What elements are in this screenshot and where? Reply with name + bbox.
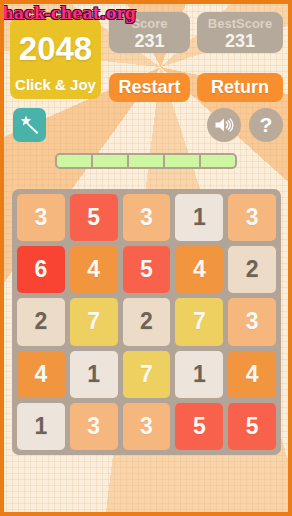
magic-wand-icon: [18, 113, 42, 137]
score-value: 231: [109, 31, 190, 52]
tile-r1c3[interactable]: 3: [123, 194, 171, 241]
tile-r2c1[interactable]: 6: [17, 246, 65, 293]
return-button[interactable]: Return: [197, 73, 283, 102]
game-board: 3 5 3 1 3 6 4 5 4 2 2 7 2 7 3 4 1 7 1 4 …: [12, 189, 281, 455]
tile-r5c3[interactable]: 3: [123, 403, 171, 450]
tile-r2c2[interactable]: 4: [70, 246, 118, 293]
tile-r1c5[interactable]: 3: [228, 194, 276, 241]
watermark-text: hack-cheat.org: [2, 4, 136, 23]
tile-r3c2[interactable]: 7: [70, 298, 118, 345]
tile-r4c4[interactable]: 1: [175, 351, 223, 398]
speaker-icon: [212, 113, 236, 137]
game-logo-tile: 2048 Click & Joy: [10, 18, 101, 99]
tile-r4c2[interactable]: 1: [70, 351, 118, 398]
tile-r2c5[interactable]: 2: [228, 246, 276, 293]
game-subtitle: Click & Joy: [10, 76, 101, 93]
tile-r3c1[interactable]: 2: [17, 298, 65, 345]
question-mark-icon: ?: [260, 113, 273, 137]
tile-r4c3[interactable]: 7: [123, 351, 171, 398]
progress-segment: [127, 153, 165, 169]
best-score-value: 231: [197, 31, 283, 52]
progress-segment: [91, 153, 129, 169]
tile-r5c2[interactable]: 3: [70, 403, 118, 450]
tile-r1c4[interactable]: 1: [175, 194, 223, 241]
progress-segment: [163, 153, 201, 169]
progress-segment: [199, 153, 237, 169]
tile-r3c3[interactable]: 2: [123, 298, 171, 345]
tile-r5c1[interactable]: 1: [17, 403, 65, 450]
restart-button[interactable]: Restart: [109, 73, 190, 102]
level-progress-bar: [55, 153, 237, 169]
sound-button[interactable]: [207, 108, 241, 142]
best-score-box: BestScore 231: [197, 12, 283, 53]
tile-r4c5[interactable]: 4: [228, 351, 276, 398]
best-score-label: BestScore: [197, 16, 283, 31]
tile-r5c4[interactable]: 5: [175, 403, 223, 450]
tile-r3c4[interactable]: 7: [175, 298, 223, 345]
tile-r2c3[interactable]: 5: [123, 246, 171, 293]
tile-r1c2[interactable]: 5: [70, 194, 118, 241]
progress-segment: [55, 153, 93, 169]
tile-r4c1[interactable]: 4: [17, 351, 65, 398]
help-button[interactable]: ?: [249, 108, 283, 142]
tile-r3c5[interactable]: 3: [228, 298, 276, 345]
game-screen: hack-cheat.org 2048 Click & Joy Score 23…: [0, 0, 292, 516]
game-title: 2048: [10, 32, 101, 66]
tile-r1c1[interactable]: 3: [17, 194, 65, 241]
tile-r5c5[interactable]: 5: [228, 403, 276, 450]
magic-wand-button[interactable]: [13, 108, 46, 142]
tile-r2c4[interactable]: 4: [175, 246, 223, 293]
